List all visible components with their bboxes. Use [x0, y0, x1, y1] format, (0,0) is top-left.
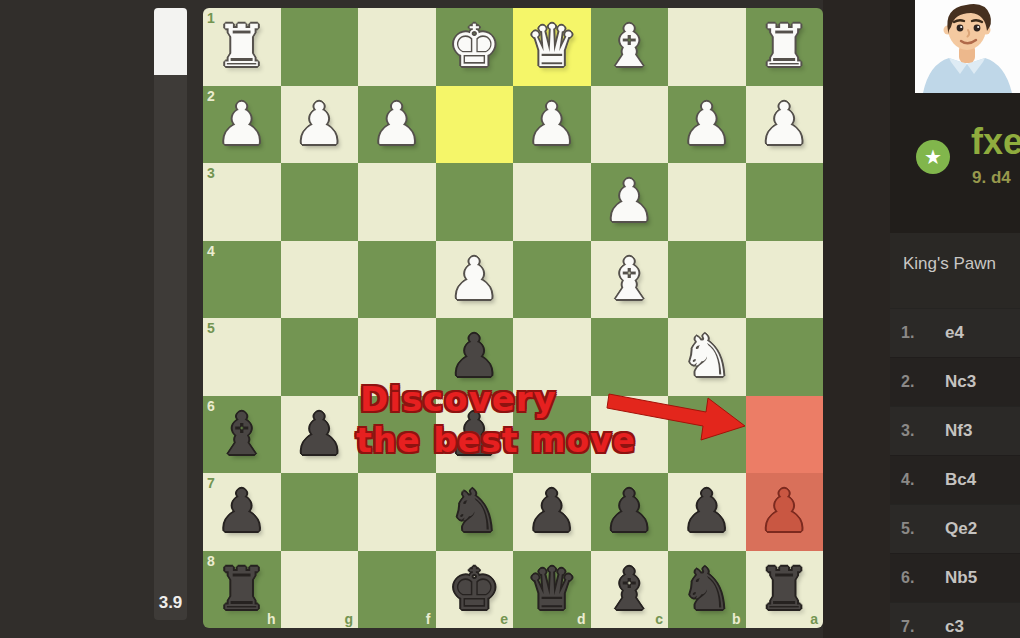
square-e2[interactable]	[436, 86, 514, 164]
move-row-3[interactable]: 3.Nf3	[890, 406, 1020, 455]
square-a1[interactable]: ♜	[746, 8, 824, 86]
best-move-label: fxe	[971, 121, 1020, 163]
rank-label-5: 5	[207, 320, 215, 336]
square-c7[interactable]: ♟	[591, 473, 669, 551]
move-number: 3.	[890, 422, 935, 440]
square-c8[interactable]: ♝c	[591, 551, 669, 629]
rank-label-4: 4	[207, 243, 215, 259]
best-move-star-icon: ★	[916, 140, 950, 174]
square-d4[interactable]	[513, 241, 591, 319]
piece-wP-g2[interactable]: ♟	[281, 86, 359, 164]
square-a3[interactable]	[746, 163, 824, 241]
square-d1[interactable]: ♛	[513, 8, 591, 86]
rank-label-8: 8	[207, 553, 215, 569]
evaluation-bar-white-fill	[154, 8, 187, 75]
move-row-6[interactable]: 6.Nb5	[890, 553, 1020, 602]
file-label-h: h	[267, 611, 276, 627]
square-g8[interactable]: g	[281, 551, 359, 629]
piece-wP-e4[interactable]: ♟	[436, 241, 514, 319]
square-a7[interactable]: ♟	[746, 473, 824, 551]
square-g6[interactable]: ♟	[281, 396, 359, 474]
piece-wP-f2[interactable]: ♟	[358, 86, 436, 164]
file-label-a: a	[810, 611, 818, 627]
square-b3[interactable]	[668, 163, 746, 241]
rank-label-1: 1	[207, 10, 215, 26]
move-number: 4.	[890, 471, 935, 489]
piece-wB-c1[interactable]: ♝	[591, 8, 669, 86]
square-c5[interactable]	[591, 318, 669, 396]
move-row-1[interactable]: 1.e4	[890, 308, 1020, 357]
square-e8[interactable]: ♚e	[436, 551, 514, 629]
move-row-7[interactable]: 7.c3	[890, 602, 1020, 638]
square-h6[interactable]: ♝6	[203, 396, 281, 474]
piece-wN-b5[interactable]: ♞	[668, 318, 746, 396]
annotation-text-line2: the best move	[356, 421, 636, 460]
move-assessment: ★ fxe 9. d4	[890, 93, 1020, 233]
evaluation-bar: 3.9	[154, 8, 187, 620]
square-a4[interactable]	[746, 241, 824, 319]
square-d7[interactable]: ♟	[513, 473, 591, 551]
piece-wP-a2[interactable]: ♟	[746, 86, 824, 164]
square-e3[interactable]	[436, 163, 514, 241]
square-a5[interactable]	[746, 318, 824, 396]
square-b6[interactable]	[668, 396, 746, 474]
square-c2[interactable]	[591, 86, 669, 164]
square-h5[interactable]: 5	[203, 318, 281, 396]
opening-name: King's Pawn	[890, 233, 1020, 274]
piece-bP-g6[interactable]: ♟	[281, 396, 359, 474]
square-h2[interactable]: ♟2	[203, 86, 281, 164]
move-san[interactable]: Nc3	[945, 372, 976, 392]
square-h3[interactable]: 3	[203, 163, 281, 241]
square-h8[interactable]: ♜8h	[203, 551, 281, 629]
square-c4[interactable]: ♝	[591, 241, 669, 319]
square-f3[interactable]	[358, 163, 436, 241]
rank-label-3: 3	[207, 165, 215, 181]
piece-wK-e1[interactable]: ♚	[436, 8, 514, 86]
square-d3[interactable]	[513, 163, 591, 241]
move-row-4[interactable]: 4.Bc4	[890, 455, 1020, 504]
file-label-g: g	[344, 611, 353, 627]
square-b2[interactable]: ♟	[668, 86, 746, 164]
square-h1[interactable]: ♜1	[203, 8, 281, 86]
square-d2[interactable]: ♟	[513, 86, 591, 164]
rank-label-7: 7	[207, 475, 215, 491]
piece-wP-b2[interactable]: ♟	[668, 86, 746, 164]
square-b4[interactable]	[668, 241, 746, 319]
analysis-sidebar: ★ fxe 9. d4 King's Pawn 1.e42.Nc33.Nf34.…	[890, 0, 1020, 638]
piece-wQ-d1[interactable]: ♛	[513, 8, 591, 86]
square-c3[interactable]: ♟	[591, 163, 669, 241]
move-number: 5.	[890, 520, 935, 538]
move-number: 7.	[890, 618, 935, 636]
rank-label-2: 2	[207, 88, 215, 104]
square-b1[interactable]	[668, 8, 746, 86]
move-list: 1.e42.Nc33.Nf34.Bc45.Qe26.Nb57.c3	[890, 308, 1020, 638]
file-label-d: d	[577, 611, 586, 627]
piece-wP-d2[interactable]: ♟	[513, 86, 591, 164]
best-move-line: 9. d4	[972, 168, 1011, 188]
rank-label-6: 6	[207, 398, 215, 414]
square-f4[interactable]	[358, 241, 436, 319]
square-f7[interactable]	[358, 473, 436, 551]
square-e7[interactable]: ♞	[436, 473, 514, 551]
square-e4[interactable]: ♟	[436, 241, 514, 319]
evaluation-score: 3.9	[154, 593, 187, 613]
square-g3[interactable]	[281, 163, 359, 241]
file-label-f: f	[426, 611, 431, 627]
move-san[interactable]: Nf3	[945, 421, 972, 441]
board-right-gutter	[823, 0, 890, 638]
square-f1[interactable]	[358, 8, 436, 86]
avatar[interactable]	[915, 0, 1020, 93]
avatar-cartoon-man	[915, 0, 1020, 93]
piece-wR-a1[interactable]: ♜	[746, 8, 824, 86]
square-e1[interactable]: ♚	[436, 8, 514, 86]
piece-wB-c4[interactable]: ♝	[591, 241, 669, 319]
file-label-b: b	[732, 611, 741, 627]
move-san[interactable]: e4	[945, 323, 964, 343]
move-number: 1.	[890, 324, 935, 342]
move-san[interactable]: Qe2	[945, 519, 977, 539]
square-a8[interactable]: ♜a	[746, 551, 824, 629]
move-number: 2.	[890, 373, 935, 391]
square-a6[interactable]	[746, 396, 824, 474]
square-g1[interactable]	[281, 8, 359, 86]
square-g4[interactable]	[281, 241, 359, 319]
square-b8[interactable]: ♞b	[668, 551, 746, 629]
square-h4[interactable]: 4	[203, 241, 281, 319]
square-g5[interactable]	[281, 318, 359, 396]
piece-bP-b7[interactable]: ♟	[668, 473, 746, 551]
piece-bP-c7[interactable]: ♟	[591, 473, 669, 551]
square-d8[interactable]: ♛d	[513, 551, 591, 629]
piece-wP-c3[interactable]: ♟	[591, 163, 669, 241]
square-f8[interactable]: f	[358, 551, 436, 629]
move-san[interactable]: Nb5	[945, 568, 977, 588]
file-label-e: e	[500, 611, 508, 627]
square-h7[interactable]: ♟7	[203, 473, 281, 551]
square-c1[interactable]: ♝	[591, 8, 669, 86]
piece-bP-d7[interactable]: ♟	[513, 473, 591, 551]
move-san[interactable]: c3	[945, 617, 964, 637]
move-san[interactable]: Bc4	[945, 470, 976, 490]
move-number: 6.	[890, 569, 935, 587]
move-row-5[interactable]: 5.Qe2	[890, 504, 1020, 553]
square-g2[interactable]: ♟	[281, 86, 359, 164]
move-row-2[interactable]: 2.Nc3	[890, 357, 1020, 406]
file-label-c: c	[655, 611, 663, 627]
chess-board[interactable]: ♜1♚♛♝♜♟2♟♟♟♟♟3♟4♟♝5♟♞♝6♟♟♟7♞♟♟♟♟♜8hgf♚e♛…	[203, 8, 823, 628]
square-a2[interactable]: ♟	[746, 86, 824, 164]
square-g7[interactable]	[281, 473, 359, 551]
piece-bN-e7[interactable]: ♞	[436, 473, 514, 551]
move-list-panel: King's Pawn 1.e42.Nc33.Nf34.Bc45.Qe26.Nb…	[890, 233, 1020, 638]
square-b5[interactable]: ♞	[668, 318, 746, 396]
square-b7[interactable]: ♟	[668, 473, 746, 551]
square-f2[interactable]: ♟	[358, 86, 436, 164]
annotation-text-line1: Discovery	[360, 379, 557, 419]
piece-rP-a7[interactable]: ♟	[746, 473, 824, 551]
